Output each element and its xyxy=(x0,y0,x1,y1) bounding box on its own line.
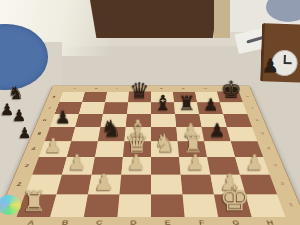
piece-white-p-f3[interactable]: ♟ xyxy=(181,152,211,173)
square-d3[interactable]: ♟ xyxy=(121,157,151,175)
file-label-bottom-a: A xyxy=(23,219,39,225)
rank-label-right-4: 4 xyxy=(262,146,275,150)
piece-white-r-a1[interactable]: ♜ xyxy=(17,188,50,216)
square-f7[interactable]: ♜ xyxy=(174,102,199,114)
square-f1[interactable] xyxy=(183,195,219,217)
square-d1[interactable] xyxy=(117,195,151,217)
square-c4[interactable] xyxy=(95,141,125,157)
rank-label-right-6: 6 xyxy=(252,118,263,121)
square-b8[interactable] xyxy=(82,92,107,103)
rank-label-left-6: 6 xyxy=(39,118,50,122)
chess-board: ♛♚♝♜♟♟♞♝♟♟♟♛♞♜♟♟♟♟♟♟♜♚ AABBCCDDEEFFGGHH1… xyxy=(0,86,300,225)
square-h7[interactable] xyxy=(220,102,247,114)
file-label-bottom-c: C xyxy=(92,219,107,225)
square-b5[interactable] xyxy=(71,127,100,141)
file-label-bottom-h: H xyxy=(262,219,278,225)
rank-label-right-3: 3 xyxy=(269,163,282,168)
square-b2[interactable] xyxy=(56,175,91,195)
square-e4[interactable]: ♞ xyxy=(151,141,179,157)
rank-label-left-8: 8 xyxy=(49,95,59,98)
chair-back-panel xyxy=(90,0,218,38)
square-c2[interactable]: ♟ xyxy=(88,175,121,195)
file-label-top-c: C xyxy=(114,87,123,90)
captured-black-p-border: ♟ xyxy=(262,56,279,75)
square-c1[interactable] xyxy=(84,195,120,217)
square-g7[interactable]: ♟ xyxy=(197,102,223,114)
piece-black-p-a6[interactable]: ♟ xyxy=(50,108,75,126)
square-h1[interactable] xyxy=(246,195,286,217)
piece-white-k-g1[interactable]: ♚ xyxy=(218,181,251,215)
piece-black-n-c5[interactable]: ♞ xyxy=(98,117,124,140)
rank-label-right-5: 5 xyxy=(257,132,269,136)
file-label-bottom-e: E xyxy=(161,219,175,225)
square-h5[interactable] xyxy=(227,127,258,141)
square-d7[interactable] xyxy=(127,102,151,114)
file-label-top-f: F xyxy=(179,87,188,90)
piece-white-n-e4[interactable]: ♞ xyxy=(151,131,179,156)
square-b1[interactable] xyxy=(50,195,88,217)
square-e1[interactable] xyxy=(151,195,185,217)
square-a1[interactable]: ♜ xyxy=(17,195,57,217)
board-grid: ♛♚♝♜♟♟♞♝♟♟♟♛♞♜♟♟♟♟♟♟♜♚ xyxy=(17,92,286,217)
file-label-top-a: A xyxy=(70,87,80,90)
file-label-top-b: B xyxy=(92,87,101,90)
file-label-bottom-g: G xyxy=(228,219,243,225)
piece-black-p-g5[interactable]: ♟ xyxy=(204,121,230,140)
piece-black-k-h8[interactable]: ♚ xyxy=(220,78,243,102)
square-b7[interactable] xyxy=(79,102,105,114)
square-f2[interactable] xyxy=(181,175,214,195)
piece-black-p-g7[interactable]: ♟ xyxy=(199,96,223,113)
piece-black-q-d8[interactable]: ♛ xyxy=(128,79,151,101)
rank-label-right-7: 7 xyxy=(247,106,258,109)
square-e2[interactable] xyxy=(151,175,183,195)
captured-black-pieces-tray: ♞♟♟♟ xyxy=(0,84,34,148)
captured-pawn-on-border: ♟ xyxy=(262,56,284,82)
piece-black-r-f7[interactable]: ♜ xyxy=(175,93,199,113)
file-label-bottom-b: B xyxy=(57,219,72,225)
piece-white-p-c2[interactable]: ♟ xyxy=(88,171,119,193)
captured-black-p: ♟ xyxy=(18,126,31,141)
photo-canvas: ♛♚♝♜♟♟♞♝♟♟♟♛♞♜♟♟♟♟♟♟♜♚ AABBCCDDEEFFGGHH1… xyxy=(0,0,300,225)
square-c7[interactable] xyxy=(103,102,128,114)
clock-hour-hand xyxy=(285,62,292,64)
square-g1[interactable]: ♚ xyxy=(214,195,252,217)
piece-black-b-e7[interactable]: ♝ xyxy=(151,92,175,113)
square-d2[interactable] xyxy=(119,175,151,195)
square-c5[interactable]: ♞ xyxy=(98,127,126,141)
rank-label-right-1: 1 xyxy=(284,202,299,208)
rank-label-right-8: 8 xyxy=(243,95,253,98)
file-label-top-g: G xyxy=(200,87,209,90)
square-f3[interactable]: ♟ xyxy=(179,157,210,175)
square-e6[interactable] xyxy=(151,114,176,127)
file-label-bottom-d: D xyxy=(126,219,140,225)
captured-black-p: ♟ xyxy=(12,108,26,124)
square-e3[interactable] xyxy=(151,157,181,175)
square-a6[interactable]: ♟ xyxy=(50,114,79,127)
square-c8[interactable] xyxy=(105,92,129,103)
square-e7[interactable]: ♝ xyxy=(151,102,175,114)
window-frame xyxy=(214,0,230,38)
rank-label-right-2: 2 xyxy=(276,181,290,186)
file-label-bottom-f: F xyxy=(194,219,209,225)
square-a8[interactable] xyxy=(59,92,85,103)
rank-label-left-3: 3 xyxy=(20,163,34,168)
square-d8[interactable]: ♛ xyxy=(128,92,151,103)
piece-white-p-d3[interactable]: ♟ xyxy=(121,152,151,173)
